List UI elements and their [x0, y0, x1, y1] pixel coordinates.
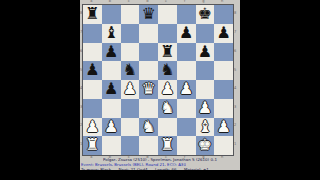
letterbox-bottom	[0, 170, 320, 180]
file-label-f: f	[175, 0, 194, 3]
video-frame: abcdefgh abcdefgh 87654321 87654321 ♜♛♚♝…	[0, 0, 320, 180]
square-d8[interactable]: ♛	[139, 5, 158, 24]
square-c1[interactable]	[121, 136, 140, 155]
letterbox-right	[240, 0, 320, 180]
square-g5[interactable]	[196, 61, 215, 80]
square-e6[interactable]: ♜	[158, 43, 177, 62]
square-d4[interactable]: ♛	[139, 80, 158, 99]
black-queen-d8[interactable]: ♛	[139, 5, 158, 24]
square-h3[interactable]	[214, 99, 233, 118]
square-b6[interactable]: ♟	[102, 43, 121, 62]
square-h4[interactable]	[214, 80, 233, 99]
rank-label-8: 8	[234, 4, 236, 23]
square-f8[interactable]	[177, 5, 196, 24]
square-f4[interactable]: ♟	[177, 80, 196, 99]
square-b8[interactable]	[102, 5, 121, 24]
black-pawn-b4[interactable]: ♟	[102, 80, 121, 99]
square-f1[interactable]	[177, 136, 196, 155]
square-a2[interactable]: ♟	[83, 118, 102, 137]
chess-board: ♜♛♚♝♟♟♟♜♟♟♞♞♟♟♛♟♟♞♟♟♟♞♝♟♜♜♚	[82, 4, 234, 156]
square-g1[interactable]: ♚	[196, 136, 215, 155]
chess-diagram-panel: abcdefgh abcdefgh 87654321 87654321 ♜♛♚♝…	[80, 0, 240, 170]
black-pawn-h7[interactable]: ♟	[214, 24, 233, 43]
black-rook-e6[interactable]: ♜	[158, 43, 177, 62]
letterbox-left	[0, 0, 80, 180]
white-pawn-c4[interactable]: ♟	[121, 80, 140, 99]
square-b2[interactable]: ♟	[102, 118, 121, 137]
rank-label-2: 2	[234, 116, 236, 135]
square-a7[interactable]	[83, 24, 102, 43]
square-h8[interactable]	[214, 5, 233, 24]
white-knight-d2[interactable]: ♞	[139, 118, 158, 137]
file-label-c: c	[119, 0, 138, 3]
square-b5[interactable]	[102, 61, 121, 80]
square-b1[interactable]	[102, 136, 121, 155]
square-e1[interactable]: ♜	[158, 136, 177, 155]
square-g2[interactable]: ♝	[196, 118, 215, 137]
file-label-e: e	[157, 0, 176, 3]
square-e2[interactable]	[158, 118, 177, 137]
square-g8[interactable]: ♚	[196, 5, 215, 24]
square-a3[interactable]	[83, 99, 102, 118]
file-label-h: h	[213, 0, 232, 3]
file-labels-top: abcdefgh	[82, 0, 231, 3]
file-label-b: b	[101, 0, 120, 3]
white-pawn-b2[interactable]: ♟	[102, 118, 121, 137]
black-bishop-b7[interactable]: ♝	[102, 24, 121, 43]
white-pawn-e4[interactable]: ♟	[158, 80, 177, 99]
square-g3[interactable]: ♟	[196, 99, 215, 118]
square-d1[interactable]	[139, 136, 158, 155]
black-rook-a8[interactable]: ♜	[83, 5, 102, 24]
square-a6[interactable]	[83, 43, 102, 62]
square-f5[interactable]	[177, 61, 196, 80]
square-d3[interactable]	[139, 99, 158, 118]
rank-label-4: 4	[234, 79, 236, 98]
white-queen-d4[interactable]: ♛	[139, 80, 158, 99]
file-label-g: g	[194, 0, 213, 3]
square-f6[interactable]	[177, 43, 196, 62]
square-h2[interactable]: ♟	[214, 118, 233, 137]
black-pawn-f7[interactable]: ♟	[177, 24, 196, 43]
white-rook-a1[interactable]: ♜	[83, 136, 102, 155]
rank-label-7: 7	[234, 23, 236, 42]
rank-label-3: 3	[234, 97, 236, 116]
white-bishop-g2[interactable]: ♝	[196, 118, 215, 137]
black-knight-e5[interactable]: ♞	[158, 61, 177, 80]
square-a8[interactable]: ♜	[83, 5, 102, 24]
square-d2[interactable]: ♞	[139, 118, 158, 137]
square-h1[interactable]	[214, 136, 233, 155]
square-g6[interactable]: ♟	[196, 43, 215, 62]
square-c2[interactable]	[121, 118, 140, 137]
square-e3[interactable]: ♞	[158, 99, 177, 118]
square-e7[interactable]	[158, 24, 177, 43]
square-c8[interactable]	[121, 5, 140, 24]
black-king-g8[interactable]: ♚	[196, 5, 215, 24]
square-b3[interactable]	[102, 99, 121, 118]
black-knight-c5[interactable]: ♞	[121, 61, 140, 80]
game-header: Polgar, Zsuzsa (2510) - Speelman, Jonath…	[80, 157, 240, 162]
square-e5[interactable]: ♞	[158, 61, 177, 80]
rank-labels-right: 87654321	[234, 4, 236, 153]
square-e4[interactable]: ♟	[158, 80, 177, 99]
square-h5[interactable]	[214, 61, 233, 80]
square-c4[interactable]: ♟	[121, 80, 140, 99]
square-a5[interactable]: ♟	[83, 61, 102, 80]
square-g4[interactable]	[196, 80, 215, 99]
square-f3[interactable]	[177, 99, 196, 118]
event-line: Event: Brussels, Brussels (BEL), Round 2…	[80, 162, 241, 167]
square-d5[interactable]	[139, 61, 158, 80]
square-c6[interactable]	[121, 43, 140, 62]
square-e8[interactable]	[158, 5, 177, 24]
square-a1[interactable]: ♜	[83, 136, 102, 155]
white-rook-e1[interactable]: ♜	[158, 136, 177, 155]
black-pawn-g6[interactable]: ♟	[196, 43, 215, 62]
white-king-g1[interactable]: ♚	[196, 136, 215, 155]
white-pawn-a2[interactable]: ♟	[83, 118, 102, 137]
square-b7[interactable]: ♝	[102, 24, 121, 43]
rank-label-6: 6	[234, 41, 236, 60]
square-a4[interactable]	[83, 80, 102, 99]
file-label-d: d	[138, 0, 157, 3]
black-pawn-a5[interactable]: ♟	[83, 61, 102, 80]
rank-label-5: 5	[234, 60, 236, 79]
white-pawn-h2[interactable]: ♟	[214, 118, 233, 137]
square-d6[interactable]	[139, 43, 158, 62]
square-c3[interactable]	[121, 99, 140, 118]
square-g7[interactable]	[196, 24, 215, 43]
square-c7[interactable]	[121, 24, 140, 43]
white-pawn-f4[interactable]: ♟	[177, 80, 196, 99]
rank-label-1: 1	[234, 135, 236, 154]
file-label-a: a	[82, 0, 101, 3]
square-f7[interactable]: ♟	[177, 24, 196, 43]
white-knight-e3[interactable]: ♞	[158, 99, 177, 118]
square-h7[interactable]: ♟	[214, 24, 233, 43]
square-c5[interactable]: ♞	[121, 61, 140, 80]
white-pawn-g3[interactable]: ♟	[196, 99, 215, 118]
square-b4[interactable]: ♟	[102, 80, 121, 99]
square-d7[interactable]	[139, 24, 158, 43]
square-f2[interactable]	[177, 118, 196, 137]
black-pawn-b6[interactable]: ♟	[102, 43, 121, 62]
square-h6[interactable]	[214, 43, 233, 62]
